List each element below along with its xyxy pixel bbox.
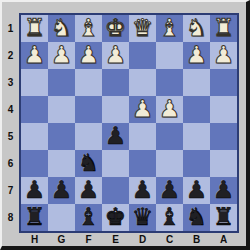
file-label-b: B (183, 233, 210, 247)
square-b6[interactable] (183, 150, 210, 177)
chess-board: ♜♞♝♚♛♝♞♜♟♟♟♟♟♟♟♟♟♞♟♟♟♟♟♟♟♜♝♚♛♝♞♜ (19, 13, 239, 233)
piece-black-pawn[interactable]: ♟ (21, 177, 48, 204)
square-f5[interactable] (75, 123, 102, 150)
square-b5[interactable] (183, 123, 210, 150)
piece-white-rook[interactable]: ♜ (210, 15, 237, 42)
square-h8[interactable]: ♜ (21, 204, 48, 231)
square-h7[interactable]: ♟ (21, 177, 48, 204)
square-g3[interactable] (48, 69, 75, 96)
piece-white-pawn[interactable]: ♟ (102, 42, 129, 69)
square-c2[interactable] (156, 42, 183, 69)
square-d6[interactable] (129, 150, 156, 177)
chess-board-window: 12345678 ♜♞♝♚♛♝♞♜♟♟♟♟♟♟♟♟♟♞♟♟♟♟♟♟♟♜♝♚♛♝♞… (0, 0, 250, 250)
square-b8[interactable]: ♞ (183, 204, 210, 231)
file-label-a: A (210, 233, 237, 247)
rank-label-7: 7 (2, 177, 19, 204)
file-label-c: C (156, 233, 183, 247)
square-f3[interactable] (75, 69, 102, 96)
piece-white-pawn[interactable]: ♟ (129, 96, 156, 123)
piece-black-rook[interactable]: ♜ (210, 204, 237, 231)
piece-white-pawn[interactable]: ♟ (210, 42, 237, 69)
piece-white-pawn[interactable]: ♟ (183, 42, 210, 69)
square-g5[interactable] (48, 123, 75, 150)
file-label-f: F (75, 233, 102, 247)
square-c3[interactable] (156, 69, 183, 96)
rank-label-3: 3 (2, 69, 19, 96)
square-b7[interactable]: ♟ (183, 177, 210, 204)
square-e2[interactable]: ♟ (102, 42, 129, 69)
rank-label-6: 6 (2, 150, 19, 177)
piece-black-king[interactable]: ♚ (102, 204, 129, 231)
piece-white-king[interactable]: ♚ (102, 15, 129, 42)
square-b2[interactable]: ♟ (183, 42, 210, 69)
square-e8[interactable]: ♚ (102, 204, 129, 231)
file-label-d: D (129, 233, 156, 247)
square-g4[interactable] (48, 96, 75, 123)
piece-black-pawn[interactable]: ♟ (102, 123, 129, 150)
square-b4[interactable] (183, 96, 210, 123)
piece-black-pawn[interactable]: ♟ (183, 177, 210, 204)
square-d2[interactable] (129, 42, 156, 69)
square-d7[interactable]: ♟ (129, 177, 156, 204)
piece-black-knight[interactable]: ♞ (183, 204, 210, 231)
piece-white-pawn[interactable]: ♟ (75, 42, 102, 69)
square-a4[interactable] (210, 96, 237, 123)
piece-black-knight[interactable]: ♞ (75, 150, 102, 177)
piece-white-pawn[interactable]: ♟ (21, 42, 48, 69)
square-c4[interactable]: ♟ (156, 96, 183, 123)
square-e3[interactable] (102, 69, 129, 96)
square-f2[interactable]: ♟ (75, 42, 102, 69)
piece-black-pawn[interactable]: ♟ (48, 177, 75, 204)
square-h4[interactable] (21, 96, 48, 123)
piece-white-bishop[interactable]: ♝ (75, 15, 102, 42)
rank-label-4: 4 (2, 96, 19, 123)
piece-black-queen[interactable]: ♛ (129, 204, 156, 231)
square-h6[interactable] (21, 150, 48, 177)
piece-black-pawn[interactable]: ♟ (129, 177, 156, 204)
square-c1[interactable]: ♝ (156, 15, 183, 42)
piece-black-pawn[interactable]: ♟ (210, 177, 237, 204)
square-f6[interactable]: ♞ (75, 150, 102, 177)
rank-labels: 12345678 (2, 15, 19, 231)
piece-black-pawn[interactable]: ♟ (75, 177, 102, 204)
square-f4[interactable] (75, 96, 102, 123)
square-d1[interactable]: ♛ (129, 15, 156, 42)
piece-black-bishop[interactable]: ♝ (75, 204, 102, 231)
square-f8[interactable]: ♝ (75, 204, 102, 231)
piece-white-pawn[interactable]: ♟ (48, 42, 75, 69)
piece-white-knight[interactable]: ♞ (48, 15, 75, 42)
file-label-h: H (21, 233, 48, 247)
piece-white-rook[interactable]: ♜ (21, 15, 48, 42)
square-g2[interactable]: ♟ (48, 42, 75, 69)
square-g6[interactable] (48, 150, 75, 177)
square-c7[interactable]: ♟ (156, 177, 183, 204)
square-g8[interactable] (48, 204, 75, 231)
square-c6[interactable] (156, 150, 183, 177)
square-e6[interactable] (102, 150, 129, 177)
piece-black-pawn[interactable]: ♟ (156, 177, 183, 204)
rank-label-5: 5 (2, 123, 19, 150)
square-d3[interactable] (129, 69, 156, 96)
square-g7[interactable]: ♟ (48, 177, 75, 204)
square-b3[interactable] (183, 69, 210, 96)
piece-black-rook[interactable]: ♜ (21, 204, 48, 231)
square-h3[interactable] (21, 69, 48, 96)
file-labels: HGFEDCBA (21, 233, 237, 247)
piece-white-knight[interactable]: ♞ (183, 15, 210, 42)
rank-label-8: 8 (2, 204, 19, 231)
square-h2[interactable]: ♟ (21, 42, 48, 69)
square-e7[interactable] (102, 177, 129, 204)
piece-white-pawn[interactable]: ♟ (156, 96, 183, 123)
square-d8[interactable]: ♛ (129, 204, 156, 231)
file-label-e: E (102, 233, 129, 247)
square-a5[interactable] (210, 123, 237, 150)
square-f1[interactable]: ♝ (75, 15, 102, 42)
square-e5[interactable]: ♟ (102, 123, 129, 150)
rank-label-1: 1 (2, 15, 19, 42)
square-h1[interactable]: ♜ (21, 15, 48, 42)
piece-white-queen[interactable]: ♛ (129, 15, 156, 42)
square-c5[interactable] (156, 123, 183, 150)
square-a7[interactable]: ♟ (210, 177, 237, 204)
square-a6[interactable] (210, 150, 237, 177)
square-e1[interactable]: ♚ (102, 15, 129, 42)
square-h5[interactable] (21, 123, 48, 150)
piece-black-bishop[interactable]: ♝ (156, 204, 183, 231)
square-c8[interactable]: ♝ (156, 204, 183, 231)
square-d5[interactable] (129, 123, 156, 150)
square-g1[interactable]: ♞ (48, 15, 75, 42)
square-e4[interactable] (102, 96, 129, 123)
square-a1[interactable]: ♜ (210, 15, 237, 42)
piece-white-bishop[interactable]: ♝ (156, 15, 183, 42)
square-a8[interactable]: ♜ (210, 204, 237, 231)
rank-label-2: 2 (2, 42, 19, 69)
square-a2[interactable]: ♟ (210, 42, 237, 69)
square-f7[interactable]: ♟ (75, 177, 102, 204)
square-d4[interactable]: ♟ (129, 96, 156, 123)
square-a3[interactable] (210, 69, 237, 96)
square-b1[interactable]: ♞ (183, 15, 210, 42)
file-label-g: G (48, 233, 75, 247)
